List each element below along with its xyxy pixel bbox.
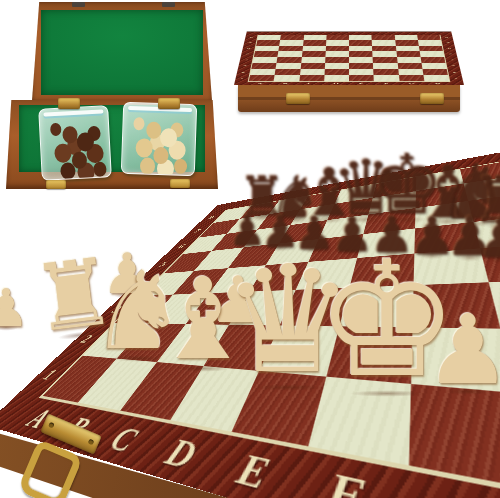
piece-white-king-e1: ♚	[307, 240, 467, 400]
piece-dark-pawn-h7: ♟	[474, 212, 500, 266]
pieces-layer: ♟♟♟♟♜♞♝♛♚♜♞♝♛♚♝♞♜♟♟♟♟♟♟♟♟	[0, 0, 500, 498]
chess-set-product-photo: ABCDEFGH 12345678 12345678 ABCDEFGH 1234…	[0, 0, 500, 498]
